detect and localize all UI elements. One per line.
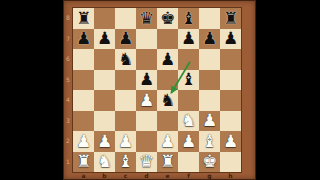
file-label-a: a xyxy=(73,171,94,180)
rank-label-6: 6 xyxy=(63,49,73,70)
white-pawn[interactable]: ♟ xyxy=(178,131,199,152)
square-e5[interactable] xyxy=(157,70,178,91)
white-pawn[interactable]: ♟ xyxy=(73,131,94,152)
rank-label-1: 1 xyxy=(63,152,73,173)
square-e7[interactable] xyxy=(157,29,178,50)
square-b5[interactable] xyxy=(94,70,115,91)
file-label-c: c xyxy=(115,171,136,180)
square-h2[interactable]: ♟ xyxy=(220,131,241,152)
white-pawn[interactable]: ♟ xyxy=(199,111,220,132)
square-c6[interactable]: ♞ xyxy=(115,49,136,70)
square-f4[interactable] xyxy=(178,90,199,111)
square-e4[interactable]: ♞ xyxy=(157,90,178,111)
square-c8[interactable] xyxy=(115,8,136,29)
black-knight[interactable]: ♞ xyxy=(157,90,178,111)
square-g4[interactable] xyxy=(199,90,220,111)
square-g2[interactable]: ♝ xyxy=(199,131,220,152)
square-g3[interactable]: ♟ xyxy=(199,111,220,132)
square-f2[interactable]: ♟ xyxy=(178,131,199,152)
square-a1[interactable]: ♜ xyxy=(73,152,94,173)
square-h5[interactable] xyxy=(220,70,241,91)
square-d4[interactable]: ♟ xyxy=(136,90,157,111)
square-h3[interactable] xyxy=(220,111,241,132)
rank-label-3: 3 xyxy=(63,111,73,132)
black-pawn[interactable]: ♟ xyxy=(94,29,115,50)
square-c4[interactable] xyxy=(115,90,136,111)
video-frame: ♜♛♚♝♜♟♟♟♟♟♟♞♟♟♝♟♞♞♟♟♟♟♟♟♝♟♜♞♝♛♜♚ 8765432… xyxy=(0,0,320,180)
black-bishop[interactable]: ♝ xyxy=(178,70,199,91)
square-d1[interactable]: ♛ xyxy=(136,152,157,173)
square-g8[interactable] xyxy=(199,8,220,29)
square-e2[interactable]: ♟ xyxy=(157,131,178,152)
white-rook[interactable]: ♜ xyxy=(157,152,178,173)
black-rook[interactable]: ♜ xyxy=(73,8,94,29)
rank-label-4: 4 xyxy=(63,90,73,111)
square-a6[interactable] xyxy=(73,49,94,70)
rank-label-2: 2 xyxy=(63,131,73,152)
file-label-b: b xyxy=(94,171,115,180)
square-d3[interactable] xyxy=(136,111,157,132)
square-d7[interactable] xyxy=(136,29,157,50)
white-rook[interactable]: ♜ xyxy=(73,152,94,173)
square-e6[interactable]: ♟ xyxy=(157,49,178,70)
square-b4[interactable] xyxy=(94,90,115,111)
black-bishop[interactable]: ♝ xyxy=(178,8,199,29)
square-g5[interactable] xyxy=(199,70,220,91)
square-e3[interactable] xyxy=(157,111,178,132)
square-a2[interactable]: ♟ xyxy=(73,131,94,152)
square-f6[interactable] xyxy=(178,49,199,70)
square-g6[interactable] xyxy=(199,49,220,70)
rank-label-7: 7 xyxy=(63,29,73,50)
square-d8[interactable]: ♛ xyxy=(136,8,157,29)
square-d2[interactable] xyxy=(136,131,157,152)
square-h1[interactable] xyxy=(220,152,241,173)
square-f7[interactable]: ♟ xyxy=(178,29,199,50)
square-e8[interactable]: ♚ xyxy=(157,8,178,29)
black-knight[interactable]: ♞ xyxy=(115,49,136,70)
square-h8[interactable]: ♜ xyxy=(220,8,241,29)
white-pawn[interactable]: ♟ xyxy=(115,131,136,152)
square-g1[interactable]: ♚ xyxy=(199,152,220,173)
black-pawn[interactable]: ♟ xyxy=(73,29,94,50)
white-bishop[interactable]: ♝ xyxy=(115,152,136,173)
square-f1[interactable] xyxy=(178,152,199,173)
rank-label-5: 5 xyxy=(63,70,73,91)
file-label-h: h xyxy=(220,171,241,180)
white-pawn[interactable]: ♟ xyxy=(157,131,178,152)
square-a7[interactable]: ♟ xyxy=(73,29,94,50)
square-e1[interactable]: ♜ xyxy=(157,152,178,173)
square-d6[interactable] xyxy=(136,49,157,70)
square-c1[interactable]: ♝ xyxy=(115,152,136,173)
file-label-d: d xyxy=(136,171,157,180)
black-pawn[interactable]: ♟ xyxy=(157,49,178,70)
square-b6[interactable] xyxy=(94,49,115,70)
black-queen[interactable]: ♛ xyxy=(136,8,157,29)
square-h7[interactable]: ♟ xyxy=(220,29,241,50)
white-bishop[interactable]: ♝ xyxy=(199,131,220,152)
white-king[interactable]: ♚ xyxy=(199,152,220,173)
square-a3[interactable] xyxy=(73,111,94,132)
white-pawn[interactable]: ♟ xyxy=(220,131,241,152)
square-b2[interactable]: ♟ xyxy=(94,131,115,152)
square-c3[interactable] xyxy=(115,111,136,132)
square-a4[interactable] xyxy=(73,90,94,111)
black-pawn[interactable]: ♟ xyxy=(136,70,157,91)
square-h4[interactable] xyxy=(220,90,241,111)
square-h6[interactable] xyxy=(220,49,241,70)
square-g7[interactable]: ♟ xyxy=(199,29,220,50)
square-a8[interactable]: ♜ xyxy=(73,8,94,29)
square-b7[interactable]: ♟ xyxy=(94,29,115,50)
square-c7[interactable]: ♟ xyxy=(115,29,136,50)
square-f3[interactable]: ♞ xyxy=(178,111,199,132)
black-pawn[interactable]: ♟ xyxy=(178,29,199,50)
square-b8[interactable] xyxy=(94,8,115,29)
white-pawn[interactable]: ♟ xyxy=(94,131,115,152)
square-c2[interactable]: ♟ xyxy=(115,131,136,152)
rank-label-8: 8 xyxy=(63,8,73,29)
square-a5[interactable] xyxy=(73,70,94,91)
file-label-f: f xyxy=(178,171,199,180)
square-d5[interactable]: ♟ xyxy=(136,70,157,91)
black-rook[interactable]: ♜ xyxy=(220,8,241,29)
file-label-g: g xyxy=(199,171,220,180)
black-king[interactable]: ♚ xyxy=(157,8,178,29)
square-f8[interactable]: ♝ xyxy=(178,8,199,29)
file-label-e: e xyxy=(157,171,178,180)
white-queen[interactable]: ♛ xyxy=(136,152,157,173)
chess-board: ♜♛♚♝♜♟♟♟♟♟♟♞♟♟♝♟♞♞♟♟♟♟♟♟♝♟♜♞♝♛♜♚ xyxy=(73,8,241,172)
black-pawn[interactable]: ♟ xyxy=(220,29,241,50)
black-pawn[interactable]: ♟ xyxy=(115,29,136,50)
black-pawn[interactable]: ♟ xyxy=(199,29,220,50)
white-knight[interactable]: ♞ xyxy=(94,152,115,173)
square-f5[interactable]: ♝ xyxy=(178,70,199,91)
square-b3[interactable] xyxy=(94,111,115,132)
white-pawn[interactable]: ♟ xyxy=(136,90,157,111)
square-c5[interactable] xyxy=(115,70,136,91)
white-knight[interactable]: ♞ xyxy=(178,111,199,132)
square-b1[interactable]: ♞ xyxy=(94,152,115,173)
